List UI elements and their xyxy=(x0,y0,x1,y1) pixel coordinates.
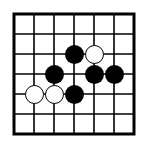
go-board[interactable] xyxy=(4,4,144,144)
go-diagram xyxy=(0,0,150,150)
black-stone xyxy=(65,45,84,64)
black-stone xyxy=(85,65,104,84)
black-stone xyxy=(65,85,84,104)
black-stone xyxy=(45,65,64,84)
white-stone xyxy=(45,85,64,104)
white-stone xyxy=(85,45,104,64)
black-stone xyxy=(105,65,124,84)
white-stone xyxy=(25,85,44,104)
